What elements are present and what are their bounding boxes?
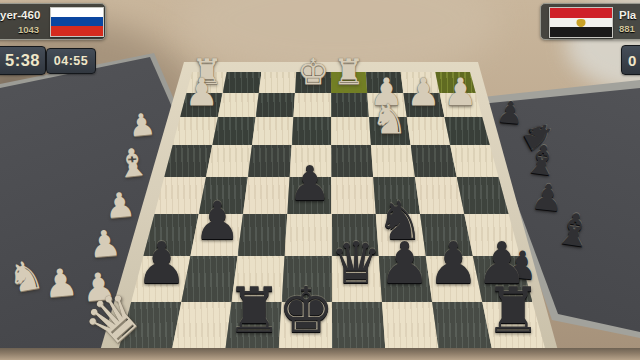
clock-right-primary: 0	[621, 45, 640, 75]
piece-black-r-f8[interactable]: ♜	[214, 279, 294, 342]
flag-egypt-icon	[549, 7, 613, 38]
square-h3[interactable]	[173, 117, 218, 145]
square-c8[interactable]	[382, 302, 439, 352]
captured-white-pawn: ♟	[89, 185, 152, 224]
player-rating-left: 1043	[18, 24, 39, 35]
player-name-left: yer-460	[0, 9, 40, 21]
flag-russia-icon	[50, 7, 104, 37]
square-f3[interactable]	[252, 117, 293, 145]
player-rating-right: 881	[619, 23, 635, 34]
piece-black-p-e5[interactable]: ♟	[270, 159, 350, 207]
square-e2[interactable]	[293, 93, 331, 117]
clock-left-secondary: 04:55	[46, 48, 96, 74]
square-f2[interactable]	[256, 93, 295, 117]
egypt-eagle-emblem	[577, 19, 586, 27]
player-name-right: Pla	[619, 9, 636, 21]
square-c4[interactable]	[371, 145, 415, 177]
square-e3[interactable]	[292, 117, 332, 145]
square-g4[interactable]	[206, 145, 252, 177]
captured-white-bishop: ♝	[101, 141, 165, 185]
clock-right-time-fragment: 0	[628, 52, 636, 69]
player-panel-left: yer-460 1043	[0, 3, 106, 40]
clock-left-secondary-time: 04:55	[54, 54, 88, 68]
piece-white-p-h2[interactable]: ♟	[162, 74, 242, 112]
game-screen: ♜♚♜♟♟♟♛♟♞♟♟♞♟♟♟♟♜♚♜ ♟♝♟♟♞♟♟♟♞♝♟♝♟ ♛ yer-…	[0, 0, 640, 360]
piece-black-r-a8[interactable]: ♜	[473, 279, 553, 342]
captured-white-pawn: ♟	[110, 107, 173, 143]
piece-white-n-c3[interactable]: ♞	[349, 99, 429, 140]
piece-white-k-e1[interactable]: ♚	[273, 54, 353, 89]
square-h4[interactable]	[164, 145, 212, 177]
player-panel-right: Pla 881	[540, 3, 640, 40]
clock-left-primary-time: 5:38	[5, 51, 40, 70]
square-g3[interactable]	[212, 117, 255, 145]
square-b4[interactable]	[411, 145, 457, 177]
clock-left-primary: 5:38	[0, 46, 46, 75]
